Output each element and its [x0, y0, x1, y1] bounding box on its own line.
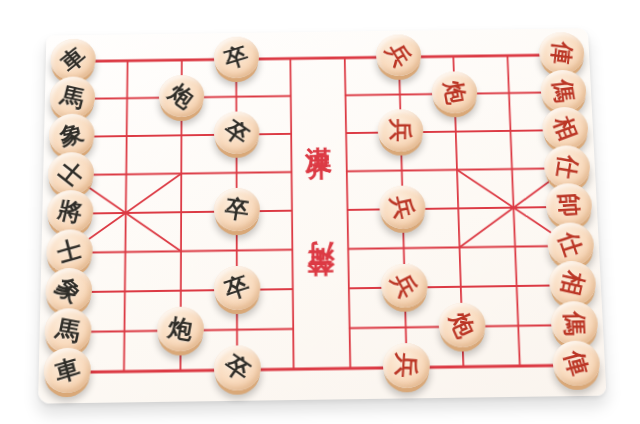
- xiangqi-piece-red-elephant[interactable]: 相: [542, 107, 589, 150]
- xiangqi-piece-red-horse[interactable]: 傌: [540, 69, 587, 111]
- xiangqi-piece-red-horse[interactable]: 傌: [550, 300, 599, 345]
- board-grid-area: 漢界 楚河 車馬象士將士象馬車炮炮卒卒卒卒卒兵兵兵兵兵炮炮俥傌相仕帥仕相傌俥: [67, 55, 576, 372]
- piece-glyph: 傌: [550, 78, 577, 103]
- piece-glyph: 馬: [54, 316, 83, 344]
- piece-glyph: 炮: [446, 309, 478, 341]
- piece-glyph: 相: [550, 113, 581, 143]
- piece-glyph: 馬: [58, 83, 87, 110]
- piece-glyph: 炮: [167, 315, 195, 343]
- piece-glyph: 卒: [220, 117, 253, 149]
- xiangqi-piece-red-general[interactable]: 帥: [545, 183, 593, 227]
- piece-glyph: 將: [56, 198, 85, 226]
- piece-glyph: 士: [55, 236, 84, 265]
- piece-glyph: 帥: [556, 192, 582, 217]
- piece-glyph: 卒: [222, 273, 253, 304]
- piece-glyph: 炮: [441, 79, 469, 105]
- piece-glyph: 炮: [165, 80, 198, 112]
- piece-glyph: 兵: [389, 119, 413, 143]
- xiangqi-piece-black-advisor[interactable]: 士: [48, 151, 94, 194]
- xiangqi-piece-black-elephant[interactable]: 象: [45, 268, 92, 313]
- xiangqi-piece-black-cannon[interactable]: 炮: [157, 306, 204, 351]
- piece-glyph: 車: [57, 44, 90, 76]
- pieces-layer: 車馬象士將士象馬車炮炮卒卒卒卒卒兵兵兵兵兵炮炮俥傌相仕帥仕相傌俥: [67, 55, 576, 372]
- xiangqi-piece-black-cannon[interactable]: 炮: [159, 74, 204, 117]
- xiangqi-piece-black-soldier[interactable]: 卒: [214, 36, 259, 78]
- xiangqi-piece-black-soldier[interactable]: 卒: [214, 266, 260, 311]
- xiangqi-piece-black-soldier[interactable]: 卒: [214, 111, 260, 154]
- xiangqi-piece-red-soldier[interactable]: 兵: [381, 263, 428, 308]
- piece-glyph: 兵: [388, 193, 417, 221]
- piece-glyph: 兵: [394, 352, 420, 378]
- piece-glyph: 仕: [554, 153, 581, 180]
- piece-glyph: 士: [54, 157, 88, 190]
- xiangqi-board-mat: 漢界 楚河 車馬象士將士象馬車炮炮卒卒卒卒卒兵兵兵兵兵炮炮俥傌相仕帥仕相傌俥: [38, 28, 606, 403]
- xiangqi-piece-black-advisor[interactable]: 士: [46, 229, 93, 273]
- piece-glyph: 車: [52, 355, 82, 386]
- piece-glyph: 仕: [555, 229, 586, 259]
- xiangqi-piece-black-chariot[interactable]: 車: [43, 348, 91, 394]
- xiangqi-piece-black-chariot[interactable]: 車: [50, 39, 96, 81]
- xiangqi-piece-red-advisor[interactable]: 仕: [543, 145, 591, 188]
- piece-glyph: 象: [52, 273, 86, 307]
- piece-glyph: 卒: [220, 351, 254, 385]
- xiangqi-piece-red-advisor[interactable]: 仕: [547, 222, 595, 266]
- piece-glyph: 兵: [388, 269, 421, 301]
- xiangqi-piece-red-elephant[interactable]: 相: [548, 261, 596, 306]
- piece-glyph: 相: [558, 269, 586, 298]
- xiangqi-piece-red-soldier[interactable]: 兵: [383, 343, 431, 389]
- xiangqi-piece-red-cannon[interactable]: 炮: [438, 302, 486, 347]
- xiangqi-piece-black-horse[interactable]: 馬: [49, 76, 95, 119]
- piece-glyph: 兵: [383, 40, 415, 71]
- xiangqi-piece-red-soldier[interactable]: 兵: [379, 185, 426, 229]
- xiangqi-piece-red-cannon[interactable]: 炮: [431, 71, 478, 113]
- xiangqi-piece-black-soldier[interactable]: 卒: [214, 345, 261, 391]
- piece-glyph: 俥: [561, 348, 591, 378]
- piece-glyph: 卒: [221, 43, 250, 71]
- xiangqi-piece-black-soldier[interactable]: 卒: [214, 188, 260, 232]
- xiangqi-piece-red-chariot[interactable]: 俥: [538, 32, 585, 74]
- xiangqi-piece-red-chariot[interactable]: 俥: [552, 340, 601, 386]
- xiangqi-piece-red-soldier[interactable]: 兵: [376, 34, 422, 76]
- xiangqi-piece-black-elephant[interactable]: 象: [49, 113, 95, 156]
- piece-glyph: 傌: [562, 311, 587, 336]
- photo-scene: 漢界 楚河 車馬象士將士象馬車炮炮卒卒卒卒卒兵兵兵兵兵炮炮俥傌相仕帥仕相傌俥: [0, 0, 640, 424]
- xiangqi-piece-red-soldier[interactable]: 兵: [378, 109, 424, 152]
- piece-glyph: 象: [58, 121, 86, 149]
- xiangqi-piece-black-general[interactable]: 將: [47, 190, 94, 234]
- piece-glyph: 俥: [549, 40, 575, 65]
- xiangqi-piece-black-horse[interactable]: 馬: [44, 307, 91, 352]
- piece-glyph: 卒: [223, 196, 250, 223]
